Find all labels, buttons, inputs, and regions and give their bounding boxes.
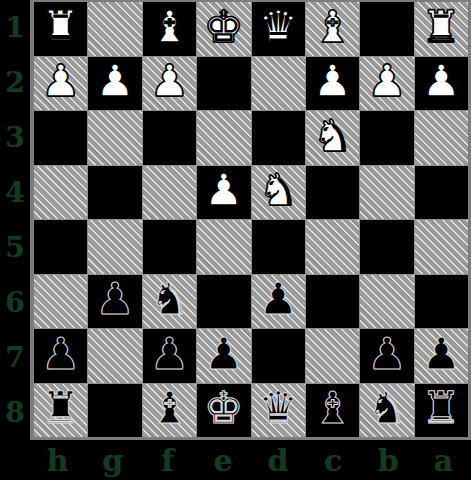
square-g6[interactable]: ♟ — [88, 275, 141, 329]
file-label-h: h — [30, 440, 85, 480]
chess-board: ♜♝♚♛♝♜♟♟♟♟♟♟♞♟♞♟♞♟♟♟♟♟♟♜♝♚♛♝♞♜ — [34, 2, 468, 437]
square-g2[interactable]: ♟ — [88, 57, 141, 111]
white-bishop[interactable]: ♝ — [150, 5, 189, 49]
chess-board-window: 1 2 3 4 5 6 7 8 ♜♝♚♛♝♜♟♟♟♟♟♟♞♟♞♟♞♟♟♟♟♟♟♜… — [0, 0, 471, 480]
square-c5[interactable] — [306, 220, 359, 274]
square-a5[interactable] — [415, 220, 468, 274]
square-c1[interactable]: ♝ — [306, 2, 359, 56]
square-e4[interactable]: ♟ — [197, 166, 250, 220]
square-f4[interactable] — [143, 166, 196, 220]
white-pawn[interactable]: ♟ — [95, 59, 134, 103]
square-h1[interactable]: ♜ — [34, 2, 87, 56]
square-e2[interactable] — [197, 57, 250, 111]
square-a7[interactable]: ♟ — [415, 329, 468, 383]
square-h8[interactable]: ♜ — [34, 384, 87, 438]
rank-label-6: 6 — [0, 275, 30, 330]
square-g5[interactable] — [88, 220, 141, 274]
rank-label-2: 2 — [0, 55, 30, 110]
square-h3[interactable] — [34, 111, 87, 165]
square-b4[interactable] — [360, 166, 413, 220]
black-pawn[interactable]: ♟ — [367, 332, 406, 376]
square-g3[interactable] — [88, 111, 141, 165]
board-frame: ♜♝♚♛♝♜♟♟♟♟♟♟♞♟♞♟♞♟♟♟♟♟♟♜♝♚♛♝♞♜ — [30, 0, 471, 440]
square-g7[interactable] — [88, 329, 141, 383]
black-king[interactable]: ♚ — [204, 386, 243, 430]
file-label-b: b — [361, 440, 416, 480]
square-d5[interactable] — [252, 220, 305, 274]
rank-label-1: 1 — [0, 0, 30, 55]
black-pawn[interactable]: ♟ — [41, 332, 80, 376]
white-rook[interactable]: ♜ — [41, 5, 80, 49]
square-d1[interactable]: ♛ — [252, 2, 305, 56]
black-knight[interactable]: ♞ — [367, 386, 406, 430]
black-pawn[interactable]: ♟ — [422, 332, 461, 376]
square-f3[interactable] — [143, 111, 196, 165]
square-f5[interactable] — [143, 220, 196, 274]
square-b8[interactable]: ♞ — [360, 384, 413, 438]
square-d8[interactable]: ♛ — [252, 384, 305, 438]
square-a2[interactable]: ♟ — [415, 57, 468, 111]
white-queen[interactable]: ♛ — [258, 5, 297, 49]
white-pawn[interactable]: ♟ — [204, 168, 243, 212]
rank-label-5: 5 — [0, 220, 30, 275]
square-g4[interactable] — [88, 166, 141, 220]
black-rook[interactable]: ♜ — [422, 386, 461, 430]
square-f1[interactable]: ♝ — [143, 2, 196, 56]
square-d2[interactable] — [252, 57, 305, 111]
white-pawn[interactable]: ♟ — [367, 59, 406, 103]
white-pawn[interactable]: ♟ — [150, 59, 189, 103]
black-bishop[interactable]: ♝ — [313, 386, 352, 430]
square-a3[interactable] — [415, 111, 468, 165]
white-rook[interactable]: ♜ — [422, 5, 461, 49]
rank-label-3: 3 — [0, 110, 30, 165]
square-a6[interactable] — [415, 275, 468, 329]
square-c8[interactable]: ♝ — [306, 384, 359, 438]
rank-coordinates: 1 2 3 4 5 6 7 8 — [0, 0, 30, 440]
black-pawn[interactable]: ♟ — [150, 332, 189, 376]
square-h6[interactable] — [34, 275, 87, 329]
square-c7[interactable] — [306, 329, 359, 383]
file-label-d: d — [251, 440, 306, 480]
file-label-e: e — [195, 440, 250, 480]
square-f6[interactable]: ♞ — [143, 275, 196, 329]
square-e6[interactable] — [197, 275, 250, 329]
square-e1[interactable]: ♚ — [197, 2, 250, 56]
square-e5[interactable] — [197, 220, 250, 274]
square-f2[interactable]: ♟ — [143, 57, 196, 111]
white-pawn[interactable]: ♟ — [422, 59, 461, 103]
black-bishop[interactable]: ♝ — [150, 386, 189, 430]
file-label-g: g — [85, 440, 140, 480]
square-d3[interactable] — [252, 111, 305, 165]
rank-label-4: 4 — [0, 165, 30, 220]
square-b3[interactable] — [360, 111, 413, 165]
square-e3[interactable] — [197, 111, 250, 165]
square-f8[interactable]: ♝ — [143, 384, 196, 438]
square-d4[interactable]: ♞ — [252, 166, 305, 220]
white-pawn[interactable]: ♟ — [41, 59, 80, 103]
square-b5[interactable] — [360, 220, 413, 274]
black-pawn[interactable]: ♟ — [204, 332, 243, 376]
file-label-a: a — [416, 440, 471, 480]
white-bishop[interactable]: ♝ — [313, 5, 352, 49]
square-b2[interactable]: ♟ — [360, 57, 413, 111]
square-h7[interactable]: ♟ — [34, 329, 87, 383]
white-knight[interactable]: ♞ — [258, 168, 297, 212]
white-king[interactable]: ♚ — [204, 5, 243, 49]
square-d7[interactable] — [252, 329, 305, 383]
square-c2[interactable]: ♟ — [306, 57, 359, 111]
square-f7[interactable]: ♟ — [143, 329, 196, 383]
rank-label-8: 8 — [0, 385, 30, 440]
square-c3[interactable]: ♞ — [306, 111, 359, 165]
black-pawn[interactable]: ♟ — [258, 277, 297, 321]
file-label-f: f — [140, 440, 195, 480]
black-rook[interactable]: ♜ — [41, 386, 80, 430]
square-c4[interactable] — [306, 166, 359, 220]
square-h5[interactable] — [34, 220, 87, 274]
square-b7[interactable]: ♟ — [360, 329, 413, 383]
square-e7[interactable]: ♟ — [197, 329, 250, 383]
square-d6[interactable]: ♟ — [252, 275, 305, 329]
file-coordinates: h g f e d c b a — [30, 440, 471, 480]
square-h2[interactable]: ♟ — [34, 57, 87, 111]
square-e8[interactable]: ♚ — [197, 384, 250, 438]
square-b1[interactable] — [360, 2, 413, 56]
square-g1[interactable] — [88, 2, 141, 56]
square-g8[interactable] — [88, 384, 141, 438]
square-a4[interactable] — [415, 166, 468, 220]
black-queen[interactable]: ♛ — [258, 386, 297, 430]
black-pawn[interactable]: ♟ — [95, 277, 134, 321]
square-a8[interactable]: ♜ — [415, 384, 468, 438]
file-label-c: c — [306, 440, 361, 480]
white-pawn[interactable]: ♟ — [313, 59, 352, 103]
square-b6[interactable] — [360, 275, 413, 329]
square-a1[interactable]: ♜ — [415, 2, 468, 56]
rank-label-7: 7 — [0, 330, 30, 385]
black-knight[interactable]: ♞ — [150, 277, 189, 321]
square-c6[interactable] — [306, 275, 359, 329]
white-knight[interactable]: ♞ — [313, 114, 352, 158]
square-h4[interactable] — [34, 166, 87, 220]
